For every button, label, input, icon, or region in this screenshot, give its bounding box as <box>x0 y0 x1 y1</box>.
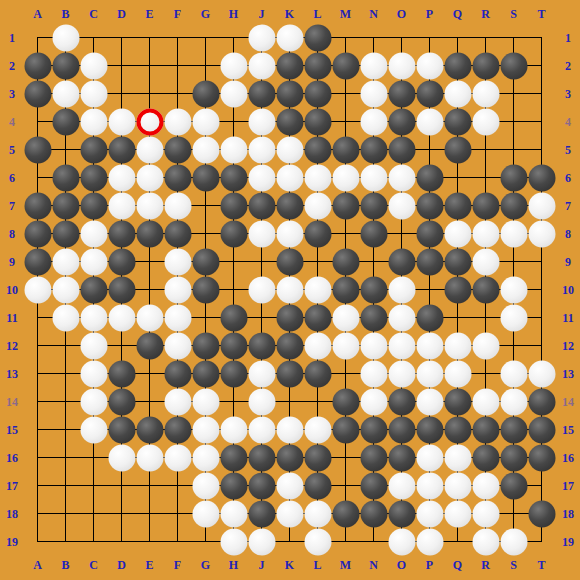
stone-white <box>164 108 191 135</box>
stone-white <box>164 388 191 415</box>
stone-white <box>108 164 135 191</box>
stone-white <box>80 332 107 359</box>
stone-white <box>220 136 247 163</box>
column-label-bottom: C <box>89 559 98 571</box>
stone-black <box>528 164 555 191</box>
stone-black <box>444 192 471 219</box>
stone-black <box>192 164 219 191</box>
stone-white <box>360 52 387 79</box>
stone-black <box>332 248 359 275</box>
stone-black <box>304 220 331 247</box>
stone-white <box>276 500 303 527</box>
column-label-top: G <box>201 8 210 20</box>
stone-black <box>24 220 51 247</box>
stone-black <box>52 52 79 79</box>
stone-black <box>52 164 79 191</box>
stone-black <box>360 416 387 443</box>
stone-white <box>500 276 527 303</box>
stone-black <box>108 220 135 247</box>
stone-black <box>164 416 191 443</box>
stone-white <box>472 528 499 555</box>
stone-black <box>416 80 443 107</box>
stone-black <box>332 500 359 527</box>
stone-white <box>388 332 415 359</box>
row-label-right: 6 <box>565 172 571 184</box>
stone-black <box>276 360 303 387</box>
stone-black <box>388 248 415 275</box>
stone-white <box>276 220 303 247</box>
stone-white <box>192 108 219 135</box>
column-label-top: B <box>61 8 69 20</box>
stone-white <box>192 388 219 415</box>
stone-black <box>388 444 415 471</box>
row-label-left: 2 <box>9 60 15 72</box>
stone-black <box>360 304 387 331</box>
stone-white <box>220 416 247 443</box>
stone-black <box>360 220 387 247</box>
stone-black <box>52 108 79 135</box>
stone-white <box>416 360 443 387</box>
stone-black <box>248 500 275 527</box>
stone-white <box>192 500 219 527</box>
stone-white <box>192 444 219 471</box>
column-label-bottom: D <box>117 559 126 571</box>
stone-black <box>332 388 359 415</box>
stone-black <box>388 500 415 527</box>
stone-white <box>248 164 275 191</box>
column-label-top: K <box>285 8 294 20</box>
stone-white <box>416 52 443 79</box>
stone-black <box>332 416 359 443</box>
stone-white <box>52 24 79 51</box>
stone-white <box>248 136 275 163</box>
stone-black <box>304 136 331 163</box>
stone-white <box>164 444 191 471</box>
stone-black <box>192 248 219 275</box>
stone-black <box>80 192 107 219</box>
column-label-bottom: B <box>61 559 69 571</box>
stone-black <box>80 136 107 163</box>
stone-white <box>304 164 331 191</box>
stone-black <box>472 276 499 303</box>
stone-white <box>80 416 107 443</box>
stone-white <box>360 108 387 135</box>
stone-white <box>248 24 275 51</box>
stone-black <box>416 192 443 219</box>
stone-black <box>444 108 471 135</box>
stone-black <box>220 444 247 471</box>
stone-white <box>528 360 555 387</box>
row-label-right: 11 <box>562 312 573 324</box>
stone-black <box>220 192 247 219</box>
stone-black <box>108 248 135 275</box>
column-label-bottom: F <box>174 559 181 571</box>
column-label-top: J <box>259 8 265 20</box>
row-label-left: 12 <box>6 340 18 352</box>
stone-white <box>388 52 415 79</box>
stone-white <box>248 276 275 303</box>
stone-white <box>304 332 331 359</box>
stone-white <box>472 332 499 359</box>
stone-black <box>164 220 191 247</box>
stone-black <box>248 192 275 219</box>
stone-white <box>304 528 331 555</box>
stone-white <box>164 332 191 359</box>
row-label-left: 10 <box>6 284 18 296</box>
stone-black <box>136 416 163 443</box>
column-label-bottom: G <box>201 559 210 571</box>
stone-black <box>220 220 247 247</box>
stone-white <box>164 276 191 303</box>
row-label-right: 14 <box>562 396 574 408</box>
stone-black <box>388 80 415 107</box>
stone-black <box>472 192 499 219</box>
stone-black <box>276 80 303 107</box>
row-label-right: 18 <box>562 508 574 520</box>
stone-black <box>332 136 359 163</box>
row-label-right: 16 <box>562 452 574 464</box>
stone-white <box>332 304 359 331</box>
stone-white <box>248 528 275 555</box>
stone-black <box>108 276 135 303</box>
stone-black <box>500 52 527 79</box>
row-label-left: 4 <box>9 116 15 128</box>
stone-white <box>220 52 247 79</box>
stone-white <box>416 108 443 135</box>
stone-white <box>136 304 163 331</box>
stone-black <box>276 444 303 471</box>
stone-black <box>332 52 359 79</box>
stone-black <box>220 164 247 191</box>
row-label-right: 19 <box>562 536 574 548</box>
row-label-left: 5 <box>9 144 15 156</box>
row-label-left: 14 <box>6 396 18 408</box>
column-label-bottom: R <box>481 559 490 571</box>
stone-black <box>388 416 415 443</box>
stone-black <box>416 164 443 191</box>
stone-white <box>360 388 387 415</box>
stone-black <box>80 164 107 191</box>
stone-black <box>276 52 303 79</box>
stone-black <box>472 52 499 79</box>
stone-black <box>416 248 443 275</box>
column-label-bottom: T <box>537 559 545 571</box>
stone-black <box>136 332 163 359</box>
stone-white <box>388 360 415 387</box>
stone-black <box>360 276 387 303</box>
stone-black <box>276 332 303 359</box>
stone-black <box>444 136 471 163</box>
stone-black <box>276 108 303 135</box>
stone-black <box>500 472 527 499</box>
stone-white <box>500 220 527 247</box>
stone-black <box>24 52 51 79</box>
stone-black <box>304 360 331 387</box>
stone-white <box>52 276 79 303</box>
column-label-bottom: P <box>426 559 433 571</box>
stone-black <box>220 360 247 387</box>
column-label-bottom: L <box>313 559 321 571</box>
stone-white <box>248 416 275 443</box>
stone-black <box>220 332 247 359</box>
stone-white <box>276 416 303 443</box>
stone-black <box>108 388 135 415</box>
stone-white <box>472 472 499 499</box>
stone-black <box>304 472 331 499</box>
stone-white <box>388 528 415 555</box>
row-label-left: 15 <box>6 424 18 436</box>
column-label-top: N <box>369 8 378 20</box>
stone-black <box>332 192 359 219</box>
go-board[interactable]: AABBCCDDEEFFGGHHJJKKLLMMNNOOPPQQRRSSTT11… <box>0 0 580 580</box>
column-label-bottom: S <box>510 559 517 571</box>
stone-black <box>304 444 331 471</box>
row-label-right: 17 <box>562 480 574 492</box>
stone-white <box>136 192 163 219</box>
row-label-right: 8 <box>565 228 571 240</box>
stone-white <box>276 24 303 51</box>
stone-black <box>304 80 331 107</box>
stone-black <box>276 192 303 219</box>
column-label-bottom: E <box>145 559 153 571</box>
stone-black <box>360 192 387 219</box>
stone-white <box>136 164 163 191</box>
stone-black <box>248 80 275 107</box>
stone-black <box>444 388 471 415</box>
row-label-left: 18 <box>6 508 18 520</box>
column-label-bottom: O <box>397 559 406 571</box>
stone-black <box>24 192 51 219</box>
column-label-bottom: Q <box>453 559 462 571</box>
stone-white <box>136 136 163 163</box>
row-label-left: 11 <box>6 312 17 324</box>
stone-black <box>248 472 275 499</box>
stone-white <box>52 248 79 275</box>
stone-black <box>360 500 387 527</box>
stone-white <box>136 444 163 471</box>
column-label-top: Q <box>453 8 462 20</box>
stone-black <box>416 304 443 331</box>
stone-black <box>276 248 303 275</box>
stone-black <box>52 192 79 219</box>
stone-black <box>360 472 387 499</box>
column-label-top: M <box>340 8 351 20</box>
stone-black <box>444 416 471 443</box>
stone-black <box>528 388 555 415</box>
stone-white <box>416 528 443 555</box>
stone-white <box>276 136 303 163</box>
stone-black <box>276 304 303 331</box>
stone-white <box>360 360 387 387</box>
stone-white <box>80 388 107 415</box>
row-label-right: 5 <box>565 144 571 156</box>
stone-white <box>304 500 331 527</box>
column-label-top: D <box>117 8 126 20</box>
stone-white <box>360 164 387 191</box>
stone-white <box>52 304 79 331</box>
row-label-left: 1 <box>9 32 15 44</box>
stone-white <box>80 248 107 275</box>
stone-black <box>472 444 499 471</box>
stone-white <box>80 108 107 135</box>
stone-black <box>192 332 219 359</box>
stone-black <box>164 164 191 191</box>
stone-white <box>500 388 527 415</box>
stone-black <box>304 304 331 331</box>
stone-black <box>108 136 135 163</box>
stone-black <box>192 276 219 303</box>
row-label-right: 3 <box>565 88 571 100</box>
stone-black <box>24 248 51 275</box>
stone-white <box>388 304 415 331</box>
stone-black <box>388 108 415 135</box>
stone-white <box>472 248 499 275</box>
stone-black <box>416 220 443 247</box>
stone-black <box>192 360 219 387</box>
row-label-left: 8 <box>9 228 15 240</box>
stone-white <box>500 528 527 555</box>
stone-black <box>500 416 527 443</box>
stone-white <box>108 444 135 471</box>
stone-white <box>360 80 387 107</box>
column-label-top: A <box>33 8 42 20</box>
stone-white <box>248 388 275 415</box>
stone-white <box>360 332 387 359</box>
stone-black <box>304 52 331 79</box>
stone-white <box>248 52 275 79</box>
stone-white <box>500 360 527 387</box>
stone-black <box>248 444 275 471</box>
row-label-left: 7 <box>9 200 15 212</box>
stone-white <box>248 108 275 135</box>
row-label-right: 12 <box>562 340 574 352</box>
stone-black <box>108 416 135 443</box>
column-label-top: F <box>174 8 181 20</box>
stone-black <box>444 52 471 79</box>
stone-white <box>416 444 443 471</box>
stone-white <box>444 444 471 471</box>
column-label-top: O <box>397 8 406 20</box>
column-label-top: S <box>510 8 517 20</box>
stone-black <box>304 108 331 135</box>
row-label-right: 15 <box>562 424 574 436</box>
stone-white <box>304 192 331 219</box>
stone-white <box>248 220 275 247</box>
row-label-right: 1 <box>565 32 571 44</box>
stone-black <box>528 416 555 443</box>
stone-white <box>80 220 107 247</box>
stone-black <box>528 444 555 471</box>
row-label-right: 2 <box>565 60 571 72</box>
stone-white <box>332 332 359 359</box>
stone-white <box>276 472 303 499</box>
stone-white <box>444 80 471 107</box>
stone-white <box>220 528 247 555</box>
stone-black <box>500 164 527 191</box>
stone-black <box>220 472 247 499</box>
stone-white <box>164 248 191 275</box>
stone-white <box>416 332 443 359</box>
stone-black <box>416 416 443 443</box>
column-label-bottom: N <box>369 559 378 571</box>
row-label-left: 3 <box>9 88 15 100</box>
stone-white <box>444 472 471 499</box>
stone-white <box>444 332 471 359</box>
stone-black <box>24 80 51 107</box>
stone-black <box>388 388 415 415</box>
stone-white <box>80 80 107 107</box>
stone-white <box>472 388 499 415</box>
stone-black <box>80 276 107 303</box>
stone-white <box>444 220 471 247</box>
stone-white <box>304 416 331 443</box>
column-label-bottom: A <box>33 559 42 571</box>
column-label-bottom: J <box>259 559 265 571</box>
row-label-left: 16 <box>6 452 18 464</box>
row-label-left: 19 <box>6 536 18 548</box>
column-label-top: E <box>145 8 153 20</box>
stone-white <box>304 276 331 303</box>
stone-white <box>52 80 79 107</box>
stone-black <box>220 304 247 331</box>
stone-white <box>164 192 191 219</box>
stone-black <box>500 192 527 219</box>
column-label-top: H <box>229 8 238 20</box>
column-label-bottom: H <box>229 559 238 571</box>
stone-white <box>220 500 247 527</box>
stone-white <box>80 304 107 331</box>
row-label-right: 9 <box>565 256 571 268</box>
stone-white <box>332 164 359 191</box>
stone-white <box>388 192 415 219</box>
stone-black <box>52 220 79 247</box>
stone-white <box>108 304 135 331</box>
stone-white <box>416 472 443 499</box>
stone-white <box>416 388 443 415</box>
stone-black <box>248 332 275 359</box>
stone-black <box>108 360 135 387</box>
stone-white <box>444 500 471 527</box>
stone-black <box>444 276 471 303</box>
stone-white <box>276 276 303 303</box>
stone-white <box>388 472 415 499</box>
stone-white <box>472 80 499 107</box>
stone-white <box>388 276 415 303</box>
stone-white <box>444 360 471 387</box>
stone-white <box>192 472 219 499</box>
stone-black <box>528 500 555 527</box>
column-label-bottom: M <box>340 559 351 571</box>
row-label-right: 4 <box>565 116 571 128</box>
stone-white <box>472 220 499 247</box>
stone-black <box>360 444 387 471</box>
row-label-left: 13 <box>6 368 18 380</box>
stone-white <box>80 360 107 387</box>
stone-white <box>108 108 135 135</box>
stone-black <box>388 136 415 163</box>
stone-white <box>276 164 303 191</box>
stone-black <box>360 136 387 163</box>
column-label-top: P <box>426 8 433 20</box>
stone-white <box>24 276 51 303</box>
column-label-top: C <box>89 8 98 20</box>
stone-black <box>164 136 191 163</box>
row-label-right: 13 <box>562 368 574 380</box>
stone-black <box>304 24 331 51</box>
row-label-left: 9 <box>9 256 15 268</box>
stone-black <box>136 220 163 247</box>
stone-white <box>108 192 135 219</box>
